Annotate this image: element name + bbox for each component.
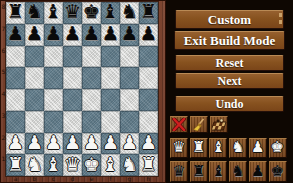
mini-board-icon	[212, 118, 227, 132]
custom-button-label: Custom	[208, 12, 251, 28]
black-pawn-h7[interactable]: ♟	[140, 24, 157, 43]
white-knight-g1[interactable]: ♞	[121, 155, 138, 174]
white-pawn-d2[interactable]: ♟	[64, 133, 81, 152]
white-pawn-icon: ♟	[251, 140, 264, 155]
undo-button-label: Undo	[215, 97, 243, 112]
chess-board[interactable]: ♜♞♝♛♚♝♞♜♟♟♟♟♟♟♟♟♟♟♟♟♟♟♟♟♜♞♝♛♚♝♞♜	[6, 2, 158, 176]
file-label-b: b	[25, 176, 44, 183]
square-c4[interactable]	[44, 89, 63, 111]
white-knight-b1[interactable]: ♞	[26, 155, 43, 174]
palette-black-bishop[interactable]: ♝	[209, 161, 227, 182]
square-a2[interactable]: ♟	[6, 133, 25, 155]
palette-white-king[interactable]: ♚	[269, 138, 287, 158]
square-a7[interactable]: ♟	[6, 24, 25, 46]
square-f2[interactable]: ♟	[101, 133, 120, 155]
square-a8[interactable]: ♜	[6, 2, 25, 24]
rank-label-3: 3	[1, 113, 6, 119]
square-e8[interactable]: ♚	[82, 2, 101, 24]
black-rook-a8[interactable]: ♜	[7, 2, 24, 21]
palette-black-rook[interactable]: ♜	[190, 161, 208, 182]
square-d2[interactable]: ♟	[63, 133, 82, 155]
square-a5[interactable]	[6, 67, 25, 89]
reset-button-label: Reset	[216, 56, 244, 71]
black-pawn-icon: ♟	[251, 164, 264, 179]
black-pawn-e7[interactable]: ♟	[83, 24, 100, 43]
rank-label-5: 5	[1, 69, 6, 75]
clear-board-button[interactable]	[190, 116, 208, 133]
square-d8[interactable]: ♛	[63, 2, 82, 24]
black-pawn-d7[interactable]: ♟	[64, 24, 81, 43]
square-e6[interactable]	[82, 46, 101, 68]
square-g5[interactable]	[120, 67, 139, 89]
white-queen-d1[interactable]: ♛	[64, 155, 81, 174]
black-knight-icon: ♞	[231, 164, 244, 179]
square-b6[interactable]	[25, 46, 44, 68]
square-b4[interactable]	[25, 89, 44, 111]
black-pawn-f7[interactable]: ♟	[102, 24, 119, 43]
board-frame: ♜♞♝♛♚♝♞♜♟♟♟♟♟♟♟♟♟♟♟♟♟♟♟♟♜♞♝♛♚♝♞♜ 8765432…	[0, 0, 166, 183]
black-bishop-c8[interactable]: ♝	[45, 2, 62, 21]
square-f1[interactable]: ♝	[101, 154, 120, 176]
black-rook-icon: ♜	[192, 164, 205, 179]
reset-button[interactable]: Reset	[175, 55, 284, 71]
start-position-button[interactable]	[210, 116, 228, 133]
file-label-a: a	[6, 176, 25, 183]
white-pawn-e2[interactable]: ♟	[83, 133, 100, 152]
square-h2[interactable]: ♟	[139, 133, 158, 155]
black-queen-icon: ♛	[172, 164, 185, 179]
square-g2[interactable]: ♟	[120, 133, 139, 155]
file-label-e: e	[82, 176, 101, 183]
square-c3[interactable]	[44, 111, 63, 133]
rank-label-8: 8	[1, 4, 6, 10]
side-panel: Custom Exit Build Mode Reset Next Undo	[166, 0, 293, 183]
square-d4[interactable]	[63, 89, 82, 111]
white-king-icon: ♚	[271, 140, 284, 155]
square-c2[interactable]: ♟	[44, 133, 63, 155]
file-label-h: h	[139, 176, 158, 183]
white-pawn-a2[interactable]: ♟	[7, 133, 24, 152]
square-d1[interactable]: ♛	[63, 154, 82, 176]
white-pawn-c2[interactable]: ♟	[45, 133, 62, 152]
file-label-f: f	[101, 176, 120, 183]
palette-white-bishop[interactable]: ♝	[209, 138, 227, 158]
square-g4[interactable]	[120, 89, 139, 111]
file-label-d: d	[63, 176, 82, 183]
square-e7[interactable]: ♟	[82, 24, 101, 46]
square-b5[interactable]	[25, 67, 44, 89]
square-b2[interactable]: ♟	[25, 133, 44, 155]
rank-label-4: 4	[1, 91, 6, 97]
scrollbar[interactable]	[279, 13, 282, 26]
undo-button[interactable]: Undo	[175, 96, 284, 112]
square-g6[interactable]	[120, 46, 139, 68]
square-f6[interactable]	[101, 46, 120, 68]
palette-black-knight[interactable]: ♞	[229, 161, 247, 182]
square-g8[interactable]: ♞	[120, 2, 139, 24]
white-bishop-f1[interactable]: ♝	[102, 155, 119, 174]
black-pawn-c7[interactable]: ♟	[45, 24, 62, 43]
file-label-g: g	[120, 176, 139, 183]
file-label-c: c	[44, 176, 63, 183]
square-h8[interactable]: ♜	[139, 2, 158, 24]
black-pawn-g7[interactable]: ♟	[121, 24, 138, 43]
square-e1[interactable]: ♚	[82, 154, 101, 176]
palette-white-rook[interactable]: ♜	[190, 138, 208, 158]
square-h6[interactable]	[139, 46, 158, 68]
white-rook-icon: ♜	[192, 140, 205, 155]
square-c8[interactable]: ♝	[44, 2, 63, 24]
chess-board-editor: ♜♞♝♛♚♝♞♜♟♟♟♟♟♟♟♟♟♟♟♟♟♟♟♟♜♞♝♛♚♝♞♜ 8765432…	[0, 0, 293, 183]
square-e4[interactable]	[82, 89, 101, 111]
square-a1[interactable]: ♜	[6, 154, 25, 176]
white-rook-h1[interactable]: ♜	[140, 155, 157, 174]
white-bishop-c1[interactable]: ♝	[45, 155, 62, 174]
palette-white-knight[interactable]: ♞	[229, 138, 247, 158]
square-a3[interactable]	[6, 111, 25, 133]
square-g1[interactable]: ♞	[120, 154, 139, 176]
rank-label-7: 7	[1, 26, 6, 32]
square-d5[interactable]	[63, 67, 82, 89]
custom-button[interactable]: Custom	[175, 10, 284, 29]
square-a4[interactable]	[6, 89, 25, 111]
white-rook-a1[interactable]: ♜	[7, 155, 24, 174]
square-d3[interactable]	[63, 111, 82, 133]
square-f4[interactable]	[101, 89, 120, 111]
square-g3[interactable]	[120, 111, 139, 133]
exit-build-mode-button[interactable]: Exit Build Mode	[174, 31, 285, 50]
square-e5[interactable]	[82, 67, 101, 89]
rank-label-2: 2	[1, 135, 6, 141]
square-f5[interactable]	[101, 67, 120, 89]
white-bishop-icon: ♝	[212, 140, 225, 155]
exit-build-mode-label: Exit Build Mode	[184, 33, 276, 49]
square-f8[interactable]: ♝	[101, 2, 120, 24]
square-b3[interactable]	[25, 111, 44, 133]
square-e3[interactable]	[82, 111, 101, 133]
square-c5[interactable]	[44, 67, 63, 89]
black-knight-g8[interactable]: ♞	[121, 2, 138, 21]
next-button[interactable]: Next	[175, 73, 284, 89]
square-h3[interactable]	[139, 111, 158, 133]
square-h7[interactable]: ♟	[139, 24, 158, 46]
square-a6[interactable]	[6, 46, 25, 68]
palette-white-pawn[interactable]: ♟	[249, 138, 267, 158]
square-f3[interactable]	[101, 111, 120, 133]
square-g7[interactable]: ♟	[120, 24, 139, 46]
white-queen-icon: ♛	[172, 140, 185, 155]
square-e2[interactable]: ♟	[82, 133, 101, 155]
rank-label-1: 1	[1, 156, 6, 162]
square-h4[interactable]	[139, 89, 158, 111]
palette-white-queen[interactable]: ♛	[170, 138, 188, 158]
white-pawn-b2[interactable]: ♟	[26, 133, 43, 152]
black-king-e8[interactable]: ♚	[83, 2, 100, 21]
palette-black-pawn[interactable]: ♟	[249, 161, 267, 182]
black-pawn-b7[interactable]: ♟	[26, 24, 43, 43]
white-pawn-g2[interactable]: ♟	[121, 133, 138, 152]
white-king-e1[interactable]: ♚	[83, 155, 100, 174]
next-button-label: Next	[218, 74, 242, 89]
white-knight-icon: ♞	[231, 140, 244, 155]
palette-black-queen[interactable]: ♛	[170, 161, 188, 182]
square-d7[interactable]: ♟	[63, 24, 82, 46]
square-b7[interactable]: ♟	[25, 24, 44, 46]
square-b1[interactable]: ♞	[25, 154, 44, 176]
palette-black-king[interactable]: ♚	[269, 161, 287, 182]
black-bishop-f8[interactable]: ♝	[102, 2, 119, 21]
square-c7[interactable]: ♟	[44, 24, 63, 46]
square-c6[interactable]	[44, 46, 63, 68]
white-pawn-h2[interactable]: ♟	[140, 133, 157, 152]
white-pawn-f2[interactable]: ♟	[102, 133, 119, 152]
square-b8[interactable]: ♞	[25, 2, 44, 24]
square-c1[interactable]: ♝	[44, 154, 63, 176]
square-h5[interactable]	[139, 67, 158, 89]
square-f7[interactable]: ♟	[101, 24, 120, 46]
black-king-icon: ♚	[271, 164, 284, 179]
black-rook-h8[interactable]: ♜	[140, 2, 157, 21]
broom-icon	[192, 118, 206, 132]
black-bishop-icon: ♝	[212, 164, 225, 179]
red-x-icon	[172, 118, 186, 131]
square-h1[interactable]: ♜	[139, 154, 158, 176]
square-d6[interactable]	[63, 46, 82, 68]
rank-label-6: 6	[1, 48, 6, 54]
black-knight-b8[interactable]: ♞	[26, 2, 43, 21]
black-pawn-a7[interactable]: ♟	[7, 24, 24, 43]
black-queen-d8[interactable]: ♛	[64, 2, 81, 21]
delete-piece-button[interactable]	[170, 116, 188, 133]
